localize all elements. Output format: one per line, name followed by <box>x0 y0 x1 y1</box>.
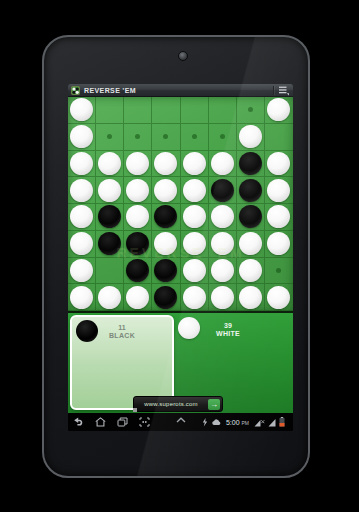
board-cell[interactable] <box>152 177 180 204</box>
white-disc <box>267 98 290 121</box>
board-cell[interactable] <box>68 204 96 231</box>
white-disc <box>239 232 262 255</box>
board-cell[interactable] <box>181 151 209 178</box>
board-cell[interactable] <box>96 258 124 285</box>
back-button[interactable] <box>73 417 84 428</box>
white-disc <box>70 98 93 121</box>
white-disc <box>267 232 290 255</box>
board-cell[interactable] <box>124 97 152 124</box>
board-cell[interactable] <box>237 97 265 124</box>
legal-move-hint <box>276 268 281 273</box>
system-bar: 5:00 PM <box>68 413 293 431</box>
screen: REVERSE 'EM REVERSE 'EM 11 BLACK <box>68 84 293 431</box>
board-cell[interactable] <box>209 97 237 124</box>
chevron-up-icon <box>176 417 186 423</box>
white-disc <box>183 205 206 228</box>
board-cell[interactable] <box>68 97 96 124</box>
tablet-frame: REVERSE 'EM REVERSE 'EM 11 BLACK <box>42 35 310 478</box>
board-cell[interactable] <box>209 151 237 178</box>
white-label: WHITE <box>176 330 280 338</box>
board-cell[interactable] <box>181 284 209 311</box>
black-disc <box>126 232 149 255</box>
home-button[interactable] <box>95 417 106 428</box>
white-disc <box>267 179 290 202</box>
white-count: 39 <box>176 322 280 330</box>
white-disc <box>239 259 262 282</box>
board-cell[interactable] <box>237 177 265 204</box>
white-disc <box>183 259 206 282</box>
title-bar: REVERSE 'EM <box>68 84 293 97</box>
board-cell[interactable] <box>124 284 152 311</box>
overflow-menu-icon[interactable] <box>278 85 290 96</box>
white-disc <box>267 152 290 175</box>
black-disc <box>154 205 177 228</box>
arrow-right-icon[interactable]: → <box>208 399 220 410</box>
board-cell[interactable] <box>209 204 237 231</box>
board-cell[interactable] <box>209 258 237 285</box>
white-disc <box>154 232 177 255</box>
board-cell[interactable] <box>152 124 180 151</box>
black-disc <box>154 286 177 309</box>
black-disc <box>239 205 262 228</box>
white-disc <box>70 259 93 282</box>
back-icon <box>73 417 84 427</box>
board-cell[interactable] <box>124 258 152 285</box>
board-cell[interactable] <box>68 177 96 204</box>
signal-bars-icon <box>268 418 276 427</box>
board-cell[interactable] <box>265 231 293 258</box>
board-grid <box>68 97 293 313</box>
black-disc <box>239 179 262 202</box>
white-disc <box>126 152 149 175</box>
legal-move-hint <box>248 107 253 112</box>
white-disc <box>154 179 177 202</box>
white-disc <box>70 152 93 175</box>
white-disc <box>154 152 177 175</box>
white-disc <box>70 125 93 148</box>
white-disc <box>126 286 149 309</box>
white-disc <box>239 286 262 309</box>
board-cell[interactable] <box>68 258 96 285</box>
white-disc <box>211 232 234 255</box>
board-cell[interactable] <box>96 97 124 124</box>
board-cell[interactable] <box>96 124 124 151</box>
white-disc <box>126 205 149 228</box>
board-cell[interactable] <box>237 151 265 178</box>
white-disc <box>239 125 262 148</box>
board-cell[interactable] <box>181 124 209 151</box>
reversi-app-icon <box>71 86 80 95</box>
white-disc <box>183 286 206 309</box>
board-cell[interactable] <box>265 97 293 124</box>
front-camera <box>178 51 188 61</box>
white-disc <box>211 152 234 175</box>
board-cell[interactable] <box>68 284 96 311</box>
board-cell[interactable] <box>237 284 265 311</box>
white-disc <box>211 286 234 309</box>
board-cell[interactable] <box>237 231 265 258</box>
board-cell[interactable] <box>124 204 152 231</box>
recent-apps-icon <box>117 417 128 427</box>
status-expand-button[interactable] <box>176 417 186 423</box>
board-cell[interactable] <box>181 177 209 204</box>
board-cell[interactable] <box>265 124 293 151</box>
black-label: BLACK <box>72 332 172 340</box>
titlebar-divider <box>273 86 274 95</box>
black-disc <box>239 152 262 175</box>
board-cell[interactable] <box>96 151 124 178</box>
board-cell[interactable] <box>152 231 180 258</box>
battery-icon <box>279 417 285 427</box>
legal-move-hint <box>135 134 140 139</box>
signal-x-icon <box>254 418 265 427</box>
board-cell[interactable] <box>68 231 96 258</box>
white-disc <box>126 179 149 202</box>
white-disc <box>211 259 234 282</box>
white-disc <box>267 286 290 309</box>
white-disc <box>211 205 234 228</box>
ad-banner[interactable]: www.superots.com → <box>133 396 223 412</box>
ad-url[interactable]: www.superots.com <box>134 401 208 407</box>
clock: 5:00 PM <box>226 419 249 426</box>
scoreboard: 11 BLACK 39 WHITE www.superots.com → <box>68 313 293 413</box>
white-disc <box>183 232 206 255</box>
white-disc <box>183 179 206 202</box>
board-cell[interactable] <box>124 177 152 204</box>
board-cell[interactable] <box>237 204 265 231</box>
board-cell[interactable] <box>209 231 237 258</box>
black-disc <box>211 179 234 202</box>
board-cell[interactable] <box>265 177 293 204</box>
board-cell[interactable] <box>237 258 265 285</box>
white-disc <box>70 179 93 202</box>
black-disc <box>98 232 121 255</box>
board-cell[interactable] <box>96 231 124 258</box>
lightning-icon <box>202 418 208 427</box>
board-cell[interactable] <box>265 284 293 311</box>
ad-resize-handle <box>133 408 137 412</box>
recent-apps-button[interactable] <box>117 417 128 428</box>
board-cell[interactable] <box>96 284 124 311</box>
screenshot-icon <box>139 417 150 427</box>
board-cell[interactable] <box>209 177 237 204</box>
board-cell[interactable] <box>124 124 152 151</box>
board-cell[interactable] <box>152 284 180 311</box>
white-disc <box>70 205 93 228</box>
board-cell[interactable] <box>124 151 152 178</box>
board-cell[interactable] <box>209 124 237 151</box>
white-disc <box>98 286 121 309</box>
board-cell[interactable] <box>124 231 152 258</box>
board-cell[interactable] <box>237 124 265 151</box>
legal-move-hint <box>163 134 168 139</box>
legal-move-hint <box>192 134 197 139</box>
white-disc <box>98 152 121 175</box>
board-cell[interactable] <box>265 258 293 285</box>
home-icon <box>95 417 106 427</box>
black-disc <box>126 259 149 282</box>
legal-move-hint <box>220 134 225 139</box>
board-cell[interactable] <box>96 204 124 231</box>
white-disc <box>267 205 290 228</box>
board-cell[interactable] <box>181 97 209 124</box>
black-disc <box>98 205 121 228</box>
legal-move-hint <box>107 134 112 139</box>
board-cell[interactable] <box>181 204 209 231</box>
board-cell[interactable] <box>152 204 180 231</box>
white-disc <box>183 152 206 175</box>
board-cell[interactable] <box>152 258 180 285</box>
board-cell[interactable] <box>152 97 180 124</box>
board-cell[interactable] <box>265 204 293 231</box>
board-cell[interactable] <box>96 177 124 204</box>
board-cell[interactable] <box>265 151 293 178</box>
board-cell[interactable] <box>181 231 209 258</box>
white-disc <box>98 179 121 202</box>
app-title: REVERSE 'EM <box>84 87 136 94</box>
cloud-icon <box>211 418 221 426</box>
black-disc <box>154 259 177 282</box>
black-count: 11 <box>72 324 172 332</box>
board-cell[interactable] <box>68 151 96 178</box>
board-cell[interactable] <box>152 151 180 178</box>
screenshot-button[interactable] <box>139 417 150 428</box>
board-cell[interactable] <box>181 258 209 285</box>
white-disc <box>70 232 93 255</box>
board-cell[interactable] <box>68 124 96 151</box>
board-cell[interactable] <box>209 284 237 311</box>
white-disc <box>70 286 93 309</box>
